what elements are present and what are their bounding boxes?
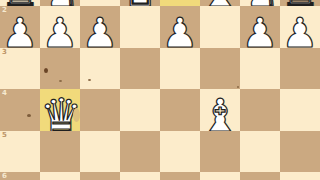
square-d4[interactable] bbox=[160, 89, 200, 131]
square-a2[interactable]: ♟ bbox=[280, 6, 320, 48]
rank-label-6: 6 bbox=[2, 173, 7, 180]
square-e5[interactable] bbox=[120, 131, 160, 173]
square-a6[interactable] bbox=[280, 172, 320, 180]
square-b4[interactable] bbox=[240, 89, 280, 131]
square-g5[interactable] bbox=[40, 131, 80, 173]
board-speck bbox=[88, 79, 91, 81]
board-speck bbox=[59, 80, 62, 82]
square-c4[interactable]: ♝ bbox=[200, 89, 240, 131]
square-d6[interactable] bbox=[160, 172, 200, 180]
square-g6[interactable] bbox=[40, 172, 80, 180]
board-speck bbox=[73, 108, 80, 122]
square-a5[interactable] bbox=[280, 131, 320, 173]
square-g2[interactable]: ♟ bbox=[40, 6, 80, 48]
square-e3[interactable] bbox=[120, 48, 160, 90]
square-f4[interactable] bbox=[80, 89, 120, 131]
square-e6[interactable] bbox=[120, 172, 160, 180]
square-e2[interactable] bbox=[120, 6, 160, 48]
square-d5[interactable] bbox=[160, 131, 200, 173]
square-f5[interactable] bbox=[80, 131, 120, 173]
square-h2[interactable]: 2♟ bbox=[0, 6, 40, 48]
square-h4[interactable]: 4 bbox=[0, 89, 40, 131]
board-speck bbox=[27, 114, 31, 117]
square-b5[interactable] bbox=[240, 131, 280, 173]
square-b3[interactable] bbox=[240, 48, 280, 90]
board-viewport: ♜♞♚♝♞♜2♟♟♟♟♟♟34♛♝56 bbox=[0, 0, 320, 180]
square-d2[interactable]: ♟ bbox=[160, 6, 200, 48]
square-c3[interactable] bbox=[200, 48, 240, 90]
square-c5[interactable] bbox=[200, 131, 240, 173]
square-a4[interactable] bbox=[280, 89, 320, 131]
square-f3[interactable] bbox=[80, 48, 120, 90]
square-d3[interactable] bbox=[160, 48, 200, 90]
square-f2[interactable]: ♟ bbox=[80, 6, 120, 48]
rank-label-5: 5 bbox=[2, 132, 7, 139]
square-e4[interactable] bbox=[120, 89, 160, 131]
square-h3[interactable]: 3 bbox=[0, 48, 40, 90]
square-b6[interactable] bbox=[240, 172, 280, 180]
square-a3[interactable] bbox=[280, 48, 320, 90]
square-h6[interactable]: 6 bbox=[0, 172, 40, 180]
square-b2[interactable]: ♟ bbox=[240, 6, 280, 48]
rank-label-4: 4 bbox=[2, 90, 7, 97]
rank-label-3: 3 bbox=[2, 49, 7, 56]
square-h5[interactable]: 5 bbox=[0, 131, 40, 173]
square-c6[interactable] bbox=[200, 172, 240, 180]
board-speck bbox=[237, 86, 239, 88]
board-speck bbox=[44, 68, 48, 73]
square-c2[interactable] bbox=[200, 6, 240, 48]
square-f6[interactable] bbox=[80, 172, 120, 180]
chess-board: ♜♞♚♝♞♜2♟♟♟♟♟♟34♛♝56 bbox=[0, 0, 320, 180]
